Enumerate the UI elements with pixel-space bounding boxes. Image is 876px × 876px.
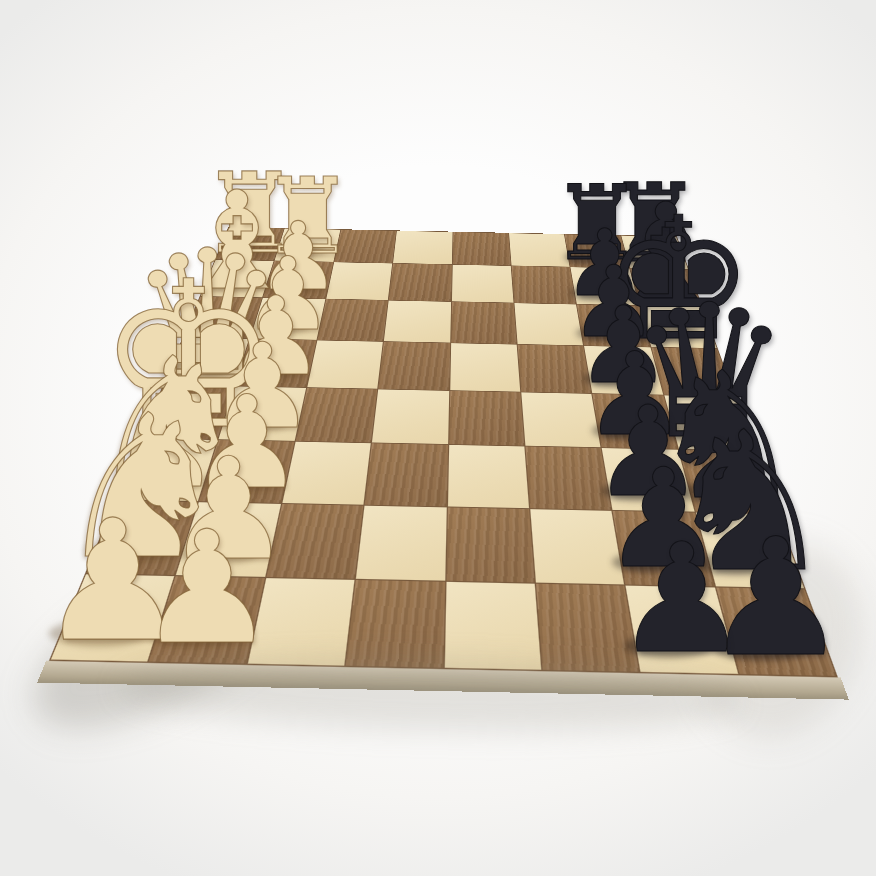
board-square-g3 — [266, 504, 363, 578]
board-square-h5 — [444, 581, 541, 669]
board-scene — [0, 0, 876, 876]
board-square-g6 — [530, 509, 624, 584]
chess-set-photo: ♜♜♜♜♝♟♝♟♟♚♟♛♟♟♚♟♛♟♞♟♞♟♞♟♞♟♟♟♟♟ — [0, 0, 876, 876]
board-square-a6 — [509, 233, 570, 267]
board-square-d8 — [651, 347, 734, 395]
board-square-f3 — [282, 442, 371, 505]
board-square-b1 — [201, 260, 274, 297]
board-square-b7 — [571, 267, 639, 305]
chessboard — [49, 227, 838, 677]
board-square-d5 — [450, 343, 520, 391]
board-square-c8 — [640, 306, 717, 349]
board-square-a8 — [621, 236, 688, 270]
board-square-d3 — [307, 340, 383, 388]
board-square-f6 — [525, 446, 611, 510]
board-square-a4 — [393, 231, 452, 265]
board-square-e2 — [219, 386, 306, 441]
board-square-h4 — [346, 580, 445, 668]
board-square-g8 — [696, 513, 804, 588]
board-square-c4 — [384, 300, 451, 342]
board-square-h3 — [247, 578, 354, 666]
board-square-a3 — [334, 230, 396, 263]
board-square-c7 — [577, 304, 650, 346]
board-square-e8 — [664, 395, 754, 450]
board-square-d1 — [164, 338, 249, 386]
board-square-e6 — [521, 392, 601, 447]
board-square-b3 — [326, 262, 392, 299]
board-square-f5 — [447, 445, 529, 509]
board-square-d7 — [584, 346, 662, 394]
board-square-d2 — [236, 339, 316, 387]
board-square-c6 — [514, 303, 583, 345]
board-square-a7 — [565, 234, 629, 268]
board-square-f8 — [679, 450, 777, 514]
board-square-g5 — [446, 508, 535, 582]
board-square-d4 — [378, 342, 449, 390]
board-square-f4 — [365, 443, 448, 507]
board-square-e4 — [372, 389, 449, 444]
board-square-b6 — [511, 266, 576, 304]
board-square-g4 — [356, 506, 446, 580]
board-square-b5 — [452, 265, 514, 303]
board-square-e7 — [593, 394, 678, 449]
board-square-b8 — [630, 269, 702, 307]
board-square-h6 — [536, 583, 640, 672]
board-square-a2 — [275, 229, 340, 262]
board-square-c2 — [250, 298, 325, 340]
board-square-c5 — [451, 302, 517, 344]
board-square-b4 — [389, 264, 452, 301]
board-square-c3 — [317, 299, 388, 341]
board-square-a5 — [452, 232, 510, 266]
board-square-d6 — [518, 345, 592, 393]
board-square-c1 — [184, 296, 263, 338]
board-square-e3 — [296, 388, 378, 443]
board-square-a1 — [216, 227, 284, 260]
board-square-b2 — [263, 261, 333, 298]
board-square-e5 — [449, 391, 525, 446]
